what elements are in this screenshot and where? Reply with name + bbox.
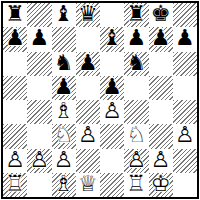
square-g3[interactable]: [149, 124, 173, 148]
square-f5[interactable]: [124, 76, 148, 100]
square-c5[interactable]: ♟: [52, 76, 76, 100]
white-pawn: ♙: [102, 100, 122, 122]
white-pawn-fill: ♟: [30, 149, 50, 171]
white-pawn: ♙: [151, 149, 171, 171]
square-h6[interactable]: [173, 52, 197, 76]
square-b7[interactable]: ♟: [27, 27, 51, 51]
white-bishop: ♗: [54, 173, 74, 195]
square-f3[interactable]: ♞♘: [124, 124, 148, 148]
square-b2[interactable]: ♟♙: [27, 149, 51, 173]
square-f8[interactable]: ♜: [124, 3, 148, 27]
white-pawn-fill: ♟: [102, 100, 122, 122]
black-pawn: ♟: [175, 27, 195, 49]
white-king-fill: ♚: [151, 173, 171, 195]
black-rook: ♜: [127, 3, 147, 25]
square-h5[interactable]: [173, 76, 197, 100]
white-pawn-fill: ♟: [175, 124, 195, 146]
square-e8[interactable]: [100, 3, 124, 27]
square-f7[interactable]: ♟: [124, 27, 148, 51]
square-b6[interactable]: [27, 52, 51, 76]
square-c2[interactable]: ♟♙: [52, 149, 76, 173]
white-pawn: ♙: [175, 124, 195, 146]
black-pawn: ♟: [102, 76, 122, 98]
square-h8[interactable]: [173, 3, 197, 27]
square-d8[interactable]: ♛: [76, 3, 100, 27]
square-g2[interactable]: ♟♙: [149, 149, 173, 173]
square-g7[interactable]: ♟: [149, 27, 173, 51]
white-knight-fill: ♞: [127, 124, 147, 146]
square-e3[interactable]: [100, 124, 124, 148]
white-rook-fill: ♜: [5, 173, 25, 195]
black-bishop: ♝: [102, 27, 122, 49]
white-pawn-fill: ♟: [127, 149, 147, 171]
black-pawn: ♟: [54, 76, 74, 98]
square-h1[interactable]: [173, 173, 197, 197]
square-e1[interactable]: [100, 173, 124, 197]
square-d7[interactable]: [76, 27, 100, 51]
square-c3[interactable]: ♞♘: [52, 124, 76, 148]
square-h2[interactable]: [173, 149, 197, 173]
square-e5[interactable]: ♟: [100, 76, 124, 100]
white-pawn-fill: ♟: [5, 149, 25, 171]
black-knight: ♞: [54, 52, 74, 74]
black-pawn: ♟: [30, 27, 50, 49]
white-bishop-fill: ♝: [54, 100, 74, 122]
square-h3[interactable]: ♟♙: [173, 124, 197, 148]
square-a6[interactable]: [3, 52, 27, 76]
square-g1[interactable]: ♚♔: [149, 173, 173, 197]
white-bishop: ♗: [54, 100, 74, 122]
white-queen: ♕: [78, 173, 98, 195]
square-a5[interactable]: [3, 76, 27, 100]
white-knight: ♘: [127, 124, 147, 146]
square-d2[interactable]: [76, 149, 100, 173]
white-rook-fill: ♜: [127, 173, 147, 195]
white-pawn: ♙: [54, 149, 74, 171]
square-b3[interactable]: [27, 124, 51, 148]
square-g4[interactable]: [149, 100, 173, 124]
square-d5[interactable]: [76, 76, 100, 100]
white-knight: ♘: [54, 124, 74, 146]
white-rook: ♖: [5, 173, 25, 195]
square-e7[interactable]: ♝: [100, 27, 124, 51]
square-c6[interactable]: ♞: [52, 52, 76, 76]
square-c8[interactable]: ♝: [52, 3, 76, 27]
white-pawn-fill: ♟: [54, 149, 74, 171]
black-knight: ♞: [127, 52, 147, 74]
white-pawn-fill: ♟: [151, 149, 171, 171]
square-c4[interactable]: ♝♗: [52, 100, 76, 124]
square-g6[interactable]: [149, 52, 173, 76]
square-b4[interactable]: [27, 100, 51, 124]
square-g8[interactable]: ♚: [149, 3, 173, 27]
black-pawn: ♟: [78, 52, 98, 74]
square-d1[interactable]: ♛♕: [76, 173, 100, 197]
square-e6[interactable]: [100, 52, 124, 76]
square-c1[interactable]: ♝♗: [52, 173, 76, 197]
square-c7[interactable]: [52, 27, 76, 51]
white-pawn: ♙: [5, 149, 25, 171]
black-queen: ♛: [78, 3, 98, 25]
square-a2[interactable]: ♟♙: [3, 149, 27, 173]
square-h4[interactable]: [173, 100, 197, 124]
square-f6[interactable]: ♞: [124, 52, 148, 76]
square-h7[interactable]: ♟: [173, 27, 197, 51]
square-a8[interactable]: ♜: [3, 3, 27, 27]
white-king: ♔: [151, 173, 171, 195]
square-a7[interactable]: ♟: [3, 27, 27, 51]
white-pawn-fill: ♟: [78, 124, 98, 146]
square-f4[interactable]: [124, 100, 148, 124]
square-e2[interactable]: [100, 149, 124, 173]
chess-diagram: ♜♝♛♜♚♟♟♝♟♟♟♞♟♞♟♟♝♗♟♙♞♘♟♙♞♘♟♙♟♙♟♙♟♙♟♙♟♙♜♖…: [0, 0, 200, 200]
white-pawn: ♙: [30, 149, 50, 171]
white-pawn: ♙: [78, 124, 98, 146]
black-pawn: ♟: [5, 27, 25, 49]
square-d6[interactable]: ♟: [76, 52, 100, 76]
square-a3[interactable]: [3, 124, 27, 148]
white-queen-fill: ♛: [78, 173, 98, 195]
chessboard: ♜♝♛♜♚♟♟♝♟♟♟♞♟♞♟♟♝♗♟♙♞♘♟♙♞♘♟♙♟♙♟♙♟♙♟♙♟♙♜♖…: [1, 1, 199, 199]
white-pawn: ♙: [127, 149, 147, 171]
square-b8[interactable]: [27, 3, 51, 27]
square-e4[interactable]: ♟♙: [100, 100, 124, 124]
black-rook: ♜: [5, 3, 25, 25]
square-f2[interactable]: ♟♙: [124, 149, 148, 173]
black-pawn: ♟: [151, 27, 171, 49]
square-b5[interactable]: [27, 76, 51, 100]
square-f1[interactable]: ♜♖: [124, 173, 148, 197]
white-knight-fill: ♞: [54, 124, 74, 146]
white-bishop-fill: ♝: [54, 173, 74, 195]
black-bishop: ♝: [54, 3, 74, 25]
white-rook: ♖: [127, 173, 147, 195]
square-a4[interactable]: [3, 100, 27, 124]
square-d3[interactable]: ♟♙: [76, 124, 100, 148]
black-pawn: ♟: [127, 27, 147, 49]
square-b1[interactable]: [27, 173, 51, 197]
square-a1[interactable]: ♜♖: [3, 173, 27, 197]
square-g5[interactable]: [149, 76, 173, 100]
black-king: ♚: [151, 3, 171, 25]
square-d4[interactable]: [76, 100, 100, 124]
